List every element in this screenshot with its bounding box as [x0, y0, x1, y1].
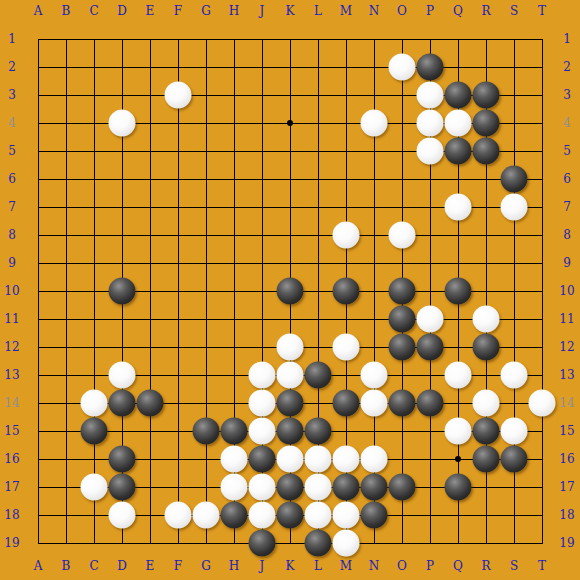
white-stone: [193, 502, 220, 529]
white-stone: [249, 418, 276, 445]
column-label-top-r: R: [474, 4, 498, 18]
row-label-left-1: 1: [0, 32, 24, 46]
column-label-bottom-j: J: [250, 559, 274, 573]
white-stone: [473, 390, 500, 417]
white-stone: [445, 194, 472, 221]
black-stone: [277, 474, 304, 501]
black-stone: [417, 334, 444, 361]
white-stone: [165, 502, 192, 529]
white-stone: [221, 474, 248, 501]
black-stone: [445, 278, 472, 305]
black-stone: [277, 278, 304, 305]
row-label-right-10: 10: [555, 284, 579, 298]
column-label-top-l: L: [306, 4, 330, 18]
white-stone: [501, 418, 528, 445]
black-stone: [333, 278, 360, 305]
row-label-left-8: 8: [0, 228, 24, 242]
column-label-bottom-l: L: [306, 559, 330, 573]
white-stone: [333, 334, 360, 361]
white-stone: [249, 502, 276, 529]
column-label-top-g: G: [194, 4, 218, 18]
black-stone: [221, 502, 248, 529]
column-label-bottom-h: H: [222, 559, 246, 573]
row-label-left-12: 12: [0, 340, 24, 354]
column-label-top-o: O: [390, 4, 414, 18]
row-label-left-13: 13: [0, 368, 24, 382]
row-label-right-13: 13: [555, 368, 579, 382]
black-stone: [389, 306, 416, 333]
black-stone: [193, 418, 220, 445]
white-stone: [361, 390, 388, 417]
white-stone: [81, 474, 108, 501]
column-label-top-j: J: [250, 4, 274, 18]
column-label-top-t: T: [530, 4, 554, 18]
white-stone: [305, 446, 332, 473]
column-label-bottom-g: G: [194, 559, 218, 573]
black-stone: [137, 390, 164, 417]
black-stone: [249, 530, 276, 557]
row-label-left-16: 16: [0, 452, 24, 466]
black-stone: [389, 474, 416, 501]
black-stone: [249, 446, 276, 473]
column-label-top-e: E: [138, 4, 162, 18]
row-label-left-18: 18: [0, 508, 24, 522]
white-stone: [109, 362, 136, 389]
row-label-right-7: 7: [555, 200, 579, 214]
black-stone: [109, 474, 136, 501]
white-stone: [389, 222, 416, 249]
column-label-bottom-q: Q: [446, 559, 470, 573]
column-label-top-q: Q: [446, 4, 470, 18]
white-stone: [221, 446, 248, 473]
white-stone: [473, 306, 500, 333]
row-label-left-10: 10: [0, 284, 24, 298]
row-label-right-11: 11: [555, 312, 579, 326]
black-stone: [361, 474, 388, 501]
black-stone: [109, 278, 136, 305]
black-stone: [361, 502, 388, 529]
black-stone: [473, 334, 500, 361]
column-label-bottom-o: O: [390, 559, 414, 573]
column-label-bottom-b: B: [54, 559, 78, 573]
white-stone: [333, 502, 360, 529]
black-stone: [389, 278, 416, 305]
white-stone: [417, 306, 444, 333]
black-stone: [333, 390, 360, 417]
row-label-left-6: 6: [0, 172, 24, 186]
black-stone: [473, 446, 500, 473]
white-stone: [249, 362, 276, 389]
row-label-left-9: 9: [0, 256, 24, 270]
column-label-bottom-s: S: [502, 559, 526, 573]
row-label-right-9: 9: [555, 256, 579, 270]
white-stone: [81, 390, 108, 417]
row-label-right-8: 8: [555, 228, 579, 242]
white-stone: [333, 446, 360, 473]
row-label-left-3: 3: [0, 88, 24, 102]
black-stone: [473, 418, 500, 445]
row-label-right-16: 16: [555, 452, 579, 466]
column-label-top-k: K: [278, 4, 302, 18]
row-label-right-19: 19: [555, 536, 579, 550]
row-label-right-14: 14: [555, 396, 579, 410]
row-label-left-17: 17: [0, 480, 24, 494]
white-stone: [249, 390, 276, 417]
white-stone: [445, 110, 472, 137]
column-label-bottom-m: M: [334, 559, 358, 573]
white-stone: [109, 502, 136, 529]
black-stone: [473, 110, 500, 137]
row-label-right-4: 4: [555, 116, 579, 130]
row-label-left-19: 19: [0, 536, 24, 550]
black-stone: [473, 82, 500, 109]
black-stone: [501, 446, 528, 473]
column-label-bottom-f: F: [166, 559, 190, 573]
row-label-left-5: 5: [0, 144, 24, 158]
white-stone: [361, 110, 388, 137]
white-stone: [361, 446, 388, 473]
column-label-top-d: D: [110, 4, 134, 18]
white-stone: [277, 362, 304, 389]
column-label-bottom-e: E: [138, 559, 162, 573]
row-label-right-6: 6: [555, 172, 579, 186]
column-label-bottom-a: A: [26, 559, 50, 573]
black-stone: [277, 390, 304, 417]
black-stone: [81, 418, 108, 445]
column-label-bottom-c: C: [82, 559, 106, 573]
row-label-right-15: 15: [555, 424, 579, 438]
black-stone: [473, 138, 500, 165]
row-label-right-12: 12: [555, 340, 579, 354]
white-stone: [333, 530, 360, 557]
white-stone: [501, 194, 528, 221]
white-stone: [109, 110, 136, 137]
white-stone: [249, 474, 276, 501]
row-label-left-7: 7: [0, 200, 24, 214]
white-stone: [389, 54, 416, 81]
row-label-left-15: 15: [0, 424, 24, 438]
row-label-right-3: 3: [555, 88, 579, 102]
black-stone: [417, 54, 444, 81]
column-label-top-b: B: [54, 4, 78, 18]
white-stone: [305, 502, 332, 529]
row-label-left-4: 4: [0, 116, 24, 130]
black-stone: [109, 390, 136, 417]
column-label-top-m: M: [334, 4, 358, 18]
star-point: [287, 120, 293, 126]
black-stone: [501, 166, 528, 193]
row-label-right-18: 18: [555, 508, 579, 522]
black-stone: [109, 446, 136, 473]
white-stone: [277, 334, 304, 361]
column-label-bottom-p: P: [418, 559, 442, 573]
black-stone: [277, 502, 304, 529]
column-label-top-a: A: [26, 4, 50, 18]
black-stone: [305, 418, 332, 445]
white-stone: [501, 362, 528, 389]
black-stone: [417, 390, 444, 417]
column-label-top-h: H: [222, 4, 246, 18]
black-stone: [277, 418, 304, 445]
column-label-bottom-r: R: [474, 559, 498, 573]
white-stone: [417, 110, 444, 137]
black-stone: [333, 474, 360, 501]
column-label-bottom-k: K: [278, 559, 302, 573]
white-stone: [165, 82, 192, 109]
row-label-left-2: 2: [0, 60, 24, 74]
column-label-top-s: S: [502, 4, 526, 18]
go-board-app: AABBCCDDEEFFGGHHJJKKLLMMNNOOPPQQRRSSTT11…: [0, 0, 580, 580]
star-point: [455, 456, 461, 462]
row-label-left-11: 11: [0, 312, 24, 326]
column-label-top-c: C: [82, 4, 106, 18]
column-label-bottom-n: N: [362, 559, 386, 573]
white-stone: [445, 418, 472, 445]
column-label-top-f: F: [166, 4, 190, 18]
white-stone: [417, 82, 444, 109]
column-label-top-n: N: [362, 4, 386, 18]
column-label-bottom-t: T: [530, 559, 554, 573]
white-stone: [305, 474, 332, 501]
row-label-right-2: 2: [555, 60, 579, 74]
white-stone: [417, 138, 444, 165]
white-stone: [277, 446, 304, 473]
row-label-left-14: 14: [0, 396, 24, 410]
black-stone: [221, 418, 248, 445]
black-stone: [445, 82, 472, 109]
white-stone: [445, 362, 472, 389]
black-stone: [445, 138, 472, 165]
column-label-top-p: P: [418, 4, 442, 18]
black-stone: [305, 362, 332, 389]
row-label-right-5: 5: [555, 144, 579, 158]
black-stone: [445, 474, 472, 501]
black-stone: [389, 390, 416, 417]
row-label-right-1: 1: [555, 32, 579, 46]
row-label-right-17: 17: [555, 480, 579, 494]
column-label-bottom-d: D: [110, 559, 134, 573]
white-stone: [529, 390, 556, 417]
white-stone: [333, 222, 360, 249]
black-stone: [389, 334, 416, 361]
black-stone: [305, 530, 332, 557]
white-stone: [361, 362, 388, 389]
